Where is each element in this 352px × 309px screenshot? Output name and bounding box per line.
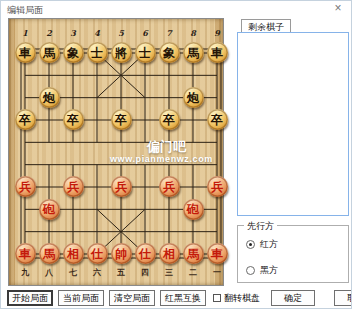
piece-red-advisor[interactable]: 仕 [135, 243, 156, 264]
board-point-3-7[interactable] [181, 109, 205, 131]
position-button-2[interactable]: 清空局面 [109, 290, 155, 306]
close-icon[interactable]: × [331, 2, 345, 15]
board-point-0-7[interactable]: 馬 [181, 42, 205, 64]
piece-red-elephant[interactable]: 相 [63, 243, 84, 264]
board-point-2-6[interactable] [157, 86, 181, 108]
board-point-0-4[interactable]: 將 [109, 42, 133, 64]
board-point-3-4[interactable]: 卒 [109, 109, 133, 131]
board-point-1-7[interactable] [181, 64, 205, 86]
board-point-1-3[interactable] [85, 64, 109, 86]
board-point-0-8[interactable]: 車 [205, 42, 229, 64]
board-point-5-2[interactable] [61, 153, 85, 175]
file-coordinate: 3 [61, 28, 85, 38]
board-point-7-1[interactable]: 砲 [37, 198, 61, 220]
board-point-2-4[interactable] [109, 86, 133, 108]
board-point-8-0[interactable] [13, 220, 37, 242]
piece-red-soldier[interactable]: 兵 [159, 176, 180, 197]
position-button-3[interactable]: 红黑互换 [160, 290, 206, 306]
board-point-7-6[interactable] [157, 198, 181, 220]
file-numbers-top: 123456789 [13, 28, 229, 38]
file-coordinate: 1 [13, 28, 37, 38]
file-coordinate: 二 [181, 267, 205, 278]
board-point-2-2[interactable] [61, 86, 85, 108]
board-point-4-3[interactable] [85, 131, 109, 153]
board-point-4-0[interactable] [13, 131, 37, 153]
board-point-7-8[interactable] [205, 198, 229, 220]
position-button-0[interactable]: 开始局面 [7, 290, 53, 306]
radio-icon[interactable] [246, 240, 255, 249]
side-to-move-label: 先行方 [244, 220, 277, 233]
board-point-1-6[interactable] [157, 64, 181, 86]
piece-red-general[interactable]: 帥 [111, 243, 132, 264]
board-point-2-5[interactable] [133, 86, 157, 108]
board-point-4-2[interactable] [61, 131, 85, 153]
piece-red-horse[interactable]: 馬 [39, 243, 60, 264]
board-point-9-6[interactable]: 相 [157, 243, 181, 265]
board-point-7-3[interactable] [85, 198, 109, 220]
board-point-7-4[interactable] [109, 198, 133, 220]
piece-black-cannon[interactable]: 炮 [39, 87, 60, 108]
board-point-7-0[interactable] [13, 198, 37, 220]
board-point-6-8[interactable]: 兵 [205, 176, 229, 198]
board-point-1-1[interactable] [37, 64, 61, 86]
piece-red-cannon[interactable]: 砲 [39, 199, 60, 220]
board-point-9-1[interactable]: 馬 [37, 243, 61, 265]
radio-label: 黑方 [260, 264, 278, 277]
board-point-8-2[interactable] [61, 220, 85, 242]
file-coordinate: 4 [85, 28, 109, 38]
board-point-8-8[interactable] [205, 220, 229, 242]
board-point-9-8[interactable]: 車 [205, 243, 229, 265]
board-point-6-6[interactable]: 兵 [157, 176, 181, 198]
board-point-7-5[interactable] [133, 198, 157, 220]
piece-black-soldier[interactable]: 卒 [15, 109, 36, 130]
xiangqi-board: 123456789 車馬象士將士象馬車炮炮卒卒卒卒卒兵兵兵兵兵砲砲車馬相仕帥仕相… [8, 18, 224, 286]
flip-board-checkbox[interactable]: 翻转棋盘 [213, 292, 260, 305]
board-point-0-1[interactable]: 馬 [37, 42, 61, 64]
board-point-5-1[interactable] [37, 153, 61, 175]
board-point-6-4[interactable]: 兵 [109, 176, 133, 198]
board-point-4-8[interactable] [205, 131, 229, 153]
edit-position-dialog: 编辑局面 × [0, 0, 352, 309]
board-point-4-1[interactable] [37, 131, 61, 153]
checkbox-icon[interactable] [213, 294, 221, 302]
piece-black-chariot[interactable]: 車 [207, 42, 228, 63]
piece-black-chariot[interactable]: 車 [15, 42, 36, 63]
file-coordinate: 7 [157, 28, 181, 38]
piece-red-elephant[interactable]: 相 [159, 243, 180, 264]
board-point-9-4[interactable]: 帥 [109, 243, 133, 265]
piece-black-advisor[interactable]: 士 [135, 42, 156, 63]
board-point-2-1[interactable]: 炮 [37, 86, 61, 108]
file-coordinate: 三 [157, 267, 181, 278]
board-point-7-2[interactable] [61, 198, 85, 220]
piece-black-horse[interactable]: 馬 [183, 42, 204, 63]
board-point-3-1[interactable] [37, 109, 61, 131]
board-point-8-1[interactable] [37, 220, 61, 242]
piece-red-soldier[interactable]: 兵 [15, 176, 36, 197]
board-point-9-2[interactable]: 相 [61, 243, 85, 265]
piece-red-chariot[interactable]: 車 [15, 243, 36, 264]
board-point-2-3[interactable] [85, 86, 109, 108]
board-point-0-5[interactable]: 士 [133, 42, 157, 64]
board-point-5-3[interactable] [85, 153, 109, 175]
file-coordinate: 6 [133, 28, 157, 38]
file-coordinate: 九 [13, 267, 37, 278]
cancel-button[interactable]: 取消 [334, 290, 352, 306]
radio-icon[interactable] [246, 266, 255, 275]
piece-black-soldier[interactable]: 卒 [111, 109, 132, 130]
piece-black-elephant[interactable]: 象 [63, 42, 84, 63]
board-point-1-4[interactable] [109, 64, 133, 86]
board-point-9-5[interactable]: 仕 [133, 243, 157, 265]
board-point-2-0[interactable] [13, 86, 37, 108]
watermark-url: www.pianmenwz.com [110, 154, 213, 164]
board-point-2-7[interactable]: 炮 [181, 86, 205, 108]
window-title: 编辑局面 [7, 4, 43, 17]
board-point-6-7[interactable] [181, 176, 205, 198]
board-point-6-1[interactable] [37, 176, 61, 198]
piece-black-soldier[interactable]: 卒 [159, 109, 180, 130]
board-point-2-8[interactable] [205, 86, 229, 108]
radio-black-side[interactable]: 黑方 [246, 264, 278, 277]
board-point-3-5[interactable] [133, 109, 157, 131]
file-numbers-bottom: 九八七六五四三二一 [13, 267, 229, 278]
board-point-5-0[interactable] [13, 153, 37, 175]
file-coordinate: 四 [133, 267, 157, 278]
flip-board-label: 翻转棋盘 [224, 292, 260, 305]
board-point-9-0[interactable]: 車 [13, 243, 37, 265]
board-point-3-8[interactable]: 卒 [205, 109, 229, 131]
board-point-8-6[interactable] [157, 220, 181, 242]
board-point-3-3[interactable] [85, 109, 109, 131]
title-bar: 编辑局面 × [1, 1, 351, 16]
file-coordinate: 一 [205, 267, 229, 278]
board-point-0-0[interactable]: 車 [13, 42, 37, 64]
piece-black-soldier[interactable]: 卒 [63, 109, 84, 130]
board-point-8-4[interactable] [109, 220, 133, 242]
board-point-1-2[interactable] [61, 64, 85, 86]
piece-black-elephant[interactable]: 象 [159, 42, 180, 63]
board-point-3-2[interactable]: 卒 [61, 109, 85, 131]
file-coordinate: 五 [109, 267, 133, 278]
file-coordinate: 七 [61, 267, 85, 278]
radio-red-side[interactable]: 红方 [246, 238, 278, 251]
board-point-3-0[interactable]: 卒 [13, 109, 37, 131]
position-button-1[interactable]: 当前局面 [58, 290, 104, 306]
board-point-8-5[interactable] [133, 220, 157, 242]
board-point-9-3[interactable]: 仕 [85, 243, 109, 265]
board-point-6-2[interactable]: 兵 [61, 176, 85, 198]
piece-black-general[interactable]: 將 [111, 42, 132, 63]
piece-black-advisor[interactable]: 士 [87, 42, 108, 63]
file-coordinate: 8 [181, 28, 205, 38]
piece-red-soldier[interactable]: 兵 [111, 176, 132, 197]
board-point-0-6[interactable]: 象 [157, 42, 181, 64]
board-point-8-7[interactable] [181, 220, 205, 242]
footer-toolbar: 开始局面当前局面清空局面红黑互换 翻转棋盘 确定 取消 [7, 289, 351, 307]
board-point-9-7[interactable]: 馬 [181, 243, 205, 265]
file-coordinate: 2 [37, 28, 61, 38]
file-coordinate: 八 [37, 267, 61, 278]
ok-button[interactable]: 确定 [271, 290, 315, 306]
file-coordinate: 六 [85, 267, 109, 278]
side-to-move-group: 先行方 红方黑方 [237, 225, 349, 283]
board-point-6-0[interactable]: 兵 [13, 176, 37, 198]
piece-red-chariot[interactable]: 車 [207, 243, 228, 264]
board-point-1-5[interactable] [133, 64, 157, 86]
piece-red-soldier[interactable]: 兵 [207, 176, 228, 197]
file-coordinate: 9 [205, 28, 229, 38]
file-coordinate: 5 [109, 28, 133, 38]
piece-red-advisor[interactable]: 仕 [87, 243, 108, 264]
radio-label: 红方 [260, 238, 278, 251]
board-point-6-5[interactable] [133, 176, 157, 198]
board-point-1-8[interactable] [205, 64, 229, 86]
board-point-1-0[interactable] [13, 64, 37, 86]
remaining-pieces-listbox[interactable] [237, 32, 349, 216]
piece-red-horse[interactable]: 馬 [183, 243, 204, 264]
position-buttons: 开始局面当前局面清空局面红黑互换 [7, 290, 206, 306]
board-point-0-3[interactable]: 士 [85, 42, 109, 64]
board-point-0-2[interactable]: 象 [61, 42, 85, 64]
piece-red-cannon[interactable]: 砲 [183, 199, 204, 220]
board-point-3-6[interactable]: 卒 [157, 109, 181, 131]
board-point-4-4[interactable] [109, 131, 133, 153]
board-point-6-3[interactable] [85, 176, 109, 198]
piece-black-cannon[interactable]: 炮 [183, 87, 204, 108]
piece-black-horse[interactable]: 馬 [39, 42, 60, 63]
piece-red-soldier[interactable]: 兵 [63, 176, 84, 197]
board-point-7-7[interactable]: 砲 [181, 198, 205, 220]
board-point-8-3[interactable] [85, 220, 109, 242]
piece-black-soldier[interactable]: 卒 [207, 109, 228, 130]
